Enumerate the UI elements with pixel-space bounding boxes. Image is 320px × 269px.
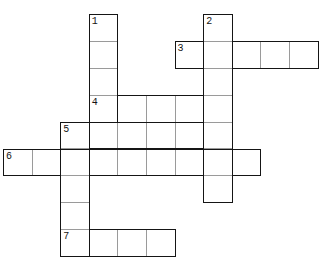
cell-r5-c7[interactable] xyxy=(204,149,232,176)
cell-r5-c6[interactable] xyxy=(176,150,205,176)
cell-r1-c3[interactable] xyxy=(90,42,118,69)
cell-r3-c3[interactable] xyxy=(90,96,118,122)
cell-r2-c7[interactable] xyxy=(204,69,232,96)
crossword-board: 1234567 xyxy=(0,0,320,269)
cell-r1-c10[interactable] xyxy=(290,42,318,68)
cell-r5-c2[interactable] xyxy=(61,149,89,176)
cell-r5-c1[interactable] xyxy=(33,150,62,176)
cell-r4-c2[interactable] xyxy=(61,123,89,150)
cell-r5-c3[interactable] xyxy=(90,150,119,176)
cell-r0-c3[interactable] xyxy=(90,15,118,42)
word-2-down xyxy=(203,14,233,203)
cell-r4-c6[interactable] xyxy=(176,123,205,149)
cell-r4-c3[interactable] xyxy=(90,123,119,149)
cell-r4-c5[interactable] xyxy=(147,123,176,149)
cell-r2-c3[interactable] xyxy=(90,69,118,96)
cell-r8-c3[interactable] xyxy=(90,230,119,256)
cell-r5-c4[interactable] xyxy=(118,150,147,176)
cell-r1-c8[interactable] xyxy=(233,42,262,68)
cell-r7-c2[interactable] xyxy=(61,203,89,230)
cell-r4-c7[interactable] xyxy=(204,123,232,150)
cell-r6-c7[interactable] xyxy=(204,176,232,202)
cell-r0-c7[interactable] xyxy=(204,15,232,42)
word-1-down xyxy=(89,14,119,123)
cell-r8-c5[interactable] xyxy=(147,230,175,256)
cell-r1-c6[interactable] xyxy=(176,42,205,68)
word-5-down xyxy=(60,122,90,258)
cell-r3-c4[interactable] xyxy=(118,96,147,122)
cell-r3-c6[interactable] xyxy=(176,96,205,122)
word-3-across xyxy=(175,41,319,69)
cell-r5-c8[interactable] xyxy=(233,150,261,176)
cell-r3-c5[interactable] xyxy=(147,96,176,122)
cell-r6-c2[interactable] xyxy=(61,176,89,203)
cell-r3-c7[interactable] xyxy=(204,96,232,123)
cell-r8-c4[interactable] xyxy=(118,230,147,256)
cell-r4-c4[interactable] xyxy=(118,123,147,149)
cell-r1-c7[interactable] xyxy=(204,42,232,69)
cell-r1-c9[interactable] xyxy=(261,42,290,68)
cell-r5-c0[interactable] xyxy=(4,150,33,176)
cell-r5-c5[interactable] xyxy=(147,150,176,176)
cell-r8-c2[interactable] xyxy=(61,230,89,256)
